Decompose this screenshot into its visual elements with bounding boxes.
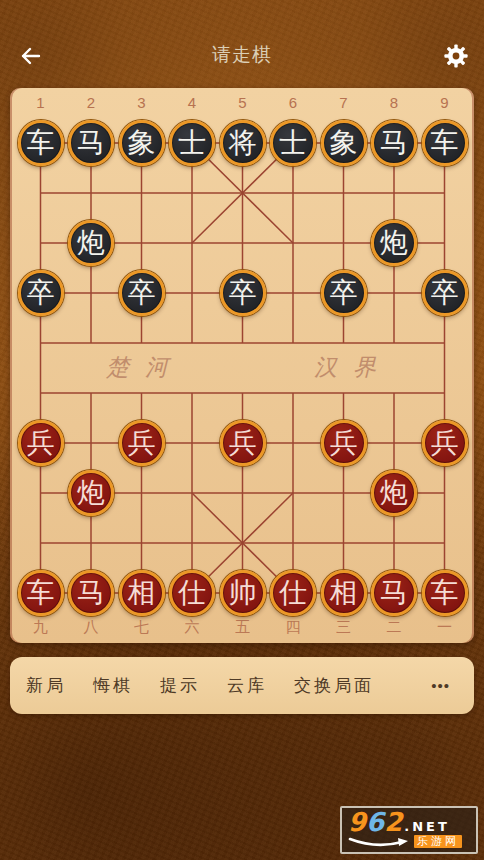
watermark-digit: 2 — [384, 807, 402, 837]
file-label-top: 2 — [79, 94, 103, 111]
bottom-toolbar: 新局悔棋提示云库交换局面••• — [10, 657, 474, 714]
piece-red-马[interactable]: 马 — [371, 570, 417, 616]
file-label-bottom: 三 — [332, 618, 356, 637]
piece-black-卒[interactable]: 卒 — [422, 270, 468, 316]
piece-red-车[interactable]: 车 — [422, 570, 468, 616]
settings-button[interactable] — [440, 40, 472, 72]
piece-black-马[interactable]: 马 — [68, 120, 114, 166]
site-watermark: 962 .NET 乐游网 — [340, 806, 478, 854]
toolbar-button-新局[interactable]: 新局 — [26, 674, 66, 697]
file-label-bottom: 四 — [281, 618, 305, 637]
piece-black-车[interactable]: 车 — [18, 120, 64, 166]
piece-black-卒[interactable]: 卒 — [220, 270, 266, 316]
file-label-bottom: 八 — [79, 618, 103, 637]
piece-black-卒[interactable]: 卒 — [321, 270, 367, 316]
app-background: 请走棋 楚河 汉界 123456789 九八七六五四三二一 车马象士将士象马车炮… — [0, 0, 484, 860]
piece-red-兵[interactable]: 兵 — [220, 420, 266, 466]
file-label-top: 9 — [433, 94, 457, 111]
watermark-digit: 6 — [366, 807, 384, 837]
watermark-net: .NET — [404, 819, 450, 835]
more-button[interactable]: ••• — [431, 677, 450, 694]
piece-red-兵[interactable]: 兵 — [422, 420, 468, 466]
gear-icon — [440, 40, 472, 72]
file-label-bottom: 二 — [382, 618, 406, 637]
toolbar-button-悔棋[interactable]: 悔棋 — [93, 674, 133, 697]
piece-red-兵[interactable]: 兵 — [321, 420, 367, 466]
board-grid-lines — [10, 88, 474, 643]
piece-black-象[interactable]: 象 — [119, 120, 165, 166]
piece-red-炮[interactable]: 炮 — [68, 470, 114, 516]
file-label-top: 7 — [332, 94, 356, 111]
piece-red-仕[interactable]: 仕 — [169, 570, 215, 616]
piece-black-炮[interactable]: 炮 — [68, 220, 114, 266]
piece-red-相[interactable]: 相 — [321, 570, 367, 616]
file-label-bottom: 七 — [130, 618, 154, 637]
watermark-digit: 9 — [348, 807, 366, 837]
river-label-left: 楚河 — [90, 352, 184, 383]
watermark-number: 962 — [348, 809, 402, 835]
file-label-top: 5 — [231, 94, 255, 111]
file-label-bottom: 一 — [433, 618, 457, 637]
file-label-bottom: 九 — [29, 618, 53, 637]
file-label-top: 8 — [382, 94, 406, 111]
piece-black-卒[interactable]: 卒 — [18, 270, 64, 316]
file-label-bottom: 六 — [180, 618, 204, 637]
xiangqi-board[interactable]: 楚河 汉界 123456789 九八七六五四三二一 车马象士将士象马车炮炮卒卒卒… — [10, 88, 474, 643]
piece-red-马[interactable]: 马 — [68, 570, 114, 616]
swoosh-arrow-icon — [348, 836, 410, 848]
piece-red-车[interactable]: 车 — [18, 570, 64, 616]
file-label-bottom: 五 — [231, 618, 255, 637]
piece-black-车[interactable]: 车 — [422, 120, 468, 166]
file-label-top: 3 — [130, 94, 154, 111]
piece-red-相[interactable]: 相 — [119, 570, 165, 616]
file-label-top: 6 — [281, 94, 305, 111]
piece-red-炮[interactable]: 炮 — [371, 470, 417, 516]
piece-red-兵[interactable]: 兵 — [18, 420, 64, 466]
river-label-right: 汉界 — [298, 352, 392, 383]
file-label-top: 1 — [29, 94, 53, 111]
toolbar-button-云库[interactable]: 云库 — [227, 674, 267, 697]
watermark-site-name: 乐游网 — [414, 835, 462, 848]
piece-black-将[interactable]: 将 — [220, 120, 266, 166]
piece-black-卒[interactable]: 卒 — [119, 270, 165, 316]
piece-black-士[interactable]: 士 — [169, 120, 215, 166]
piece-red-仕[interactable]: 仕 — [270, 570, 316, 616]
piece-black-象[interactable]: 象 — [321, 120, 367, 166]
toolbar-button-交换局面[interactable]: 交换局面 — [294, 674, 374, 697]
toolbar-button-提示[interactable]: 提示 — [160, 674, 200, 697]
watermark-logo: 962 .NET — [348, 809, 472, 835]
piece-black-马[interactable]: 马 — [371, 120, 417, 166]
file-label-top: 4 — [180, 94, 204, 111]
piece-red-帅[interactable]: 帅 — [220, 570, 266, 616]
piece-black-士[interactable]: 士 — [270, 120, 316, 166]
piece-black-炮[interactable]: 炮 — [371, 220, 417, 266]
title-bar: 请走棋 — [0, 36, 484, 76]
piece-red-兵[interactable]: 兵 — [119, 420, 165, 466]
page-title: 请走棋 — [0, 42, 484, 68]
